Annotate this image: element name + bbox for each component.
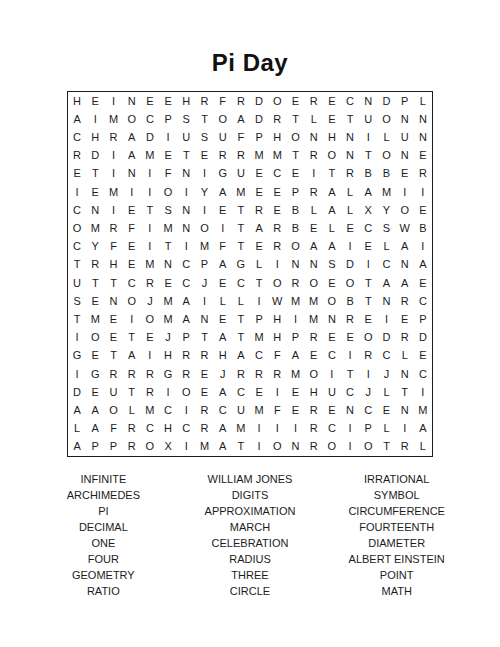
grid-cell-letter: T	[195, 110, 213, 128]
grid-cell-letter: M	[286, 292, 304, 310]
grid-cell-letter: M	[250, 401, 268, 419]
grid-cell-letter: L	[377, 238, 395, 256]
page-title: Pi Day	[0, 49, 500, 77]
word-list-item: MATH	[323, 583, 470, 599]
grid-cell-letter: E	[123, 256, 141, 274]
grid-cell-letter: R	[341, 310, 359, 328]
word-list-item: SYMBOL	[323, 487, 470, 503]
grid-cell-letter: N	[414, 128, 432, 146]
grid-cell-letter: I	[268, 256, 286, 274]
grid-cell-letter: P	[359, 420, 377, 438]
grid-cell-letter: A	[86, 401, 104, 419]
grid-cell-letter: N	[86, 201, 104, 219]
grid-cell-letter: A	[86, 420, 104, 438]
grid-cell-letter: N	[323, 310, 341, 328]
grid-cell-letter: E	[195, 365, 213, 383]
grid-cell-letter: W	[396, 219, 414, 237]
grid-cell-letter: T	[359, 292, 377, 310]
grid-cell-letter: H	[68, 92, 86, 110]
grid-cell-letter: R	[268, 219, 286, 237]
grid-cell-letter: A	[359, 183, 377, 201]
grid-cell-letter: R	[250, 201, 268, 219]
word-list-item: CELEBRATION	[177, 535, 324, 551]
grid-cell-letter: E	[359, 310, 377, 328]
grid-cell-letter: R	[123, 438, 141, 456]
word-list-column: WILLIAM JONESDIGITSAPPROXIMATIONMARCHCEL…	[177, 471, 324, 599]
grid-cell-letter: A	[214, 183, 232, 201]
grid-cell-letter: E	[286, 165, 304, 183]
grid-cell-letter: M	[377, 183, 395, 201]
grid-cell-letter: P	[250, 128, 268, 146]
grid-cell-letter: M	[268, 147, 286, 165]
grid-cell-letter: U	[396, 128, 414, 146]
grid-cell-letter: A	[232, 110, 250, 128]
word-list-item: INFINITE	[30, 471, 177, 487]
grid-cell-letter: P	[396, 92, 414, 110]
grid-cell-letter: E	[123, 238, 141, 256]
grid-cell-letter: I	[323, 365, 341, 383]
grid-cell-letter: D	[68, 383, 86, 401]
grid-cell-letter: R	[141, 274, 159, 292]
grid-cell-letter: E	[86, 347, 104, 365]
word-list-item: FOURTEENTH	[323, 519, 470, 535]
grid-cell-letter: Y	[86, 238, 104, 256]
word-list-item: GEOMETRY	[30, 567, 177, 583]
grid-cell-letter: H	[305, 383, 323, 401]
grid-cell-letter: R	[396, 292, 414, 310]
grid-cell-letter: I	[159, 383, 177, 401]
grid-cell-letter: I	[359, 128, 377, 146]
word-list-item: FOUR	[30, 551, 177, 567]
grid-cell-letter: T	[232, 201, 250, 219]
grid-cell-letter: I	[341, 438, 359, 456]
grid-cell-letter: S	[159, 201, 177, 219]
grid-cell-letter: N	[123, 92, 141, 110]
grid-cell-letter: R	[104, 219, 122, 237]
grid-cell-letter: N	[104, 292, 122, 310]
grid-cell-letter: I	[68, 329, 86, 347]
grid-cell-letter: O	[268, 92, 286, 110]
grid-cell-letter: M	[159, 219, 177, 237]
grid-cell-letter: I	[195, 165, 213, 183]
grid-cell-letter: Y	[377, 201, 395, 219]
grid-cell-letter: E	[286, 92, 304, 110]
grid-cell-letter: R	[123, 365, 141, 383]
word-list-item: APPROXIMATION	[177, 503, 324, 519]
grid-cell-letter: A	[177, 310, 195, 328]
grid-cell-letter: R	[250, 365, 268, 383]
grid-cell-letter: I	[141, 183, 159, 201]
grid-cell-letter: R	[232, 92, 250, 110]
grid-cell-letter: N	[341, 147, 359, 165]
grid-cell-letter: I	[359, 365, 377, 383]
grid-cell-letter: A	[250, 219, 268, 237]
grid-cell-letter: I	[141, 347, 159, 365]
grid-cell-letter: F	[214, 238, 232, 256]
grid-cell-letter: R	[341, 165, 359, 183]
grid-cell-letter: N	[396, 365, 414, 383]
grid-cell-letter: L	[396, 347, 414, 365]
grid-cell-letter: M	[141, 256, 159, 274]
grid-cell-letter: E	[159, 274, 177, 292]
grid-cell-letter: F	[268, 401, 286, 419]
word-list-item: IRRATIONAL	[323, 471, 470, 487]
grid-cell-letter: A	[123, 128, 141, 146]
grid-cell-letter: I	[159, 128, 177, 146]
grid-cell-letter: M	[305, 292, 323, 310]
grid-cell-letter: I	[123, 183, 141, 201]
grid-cell-letter: A	[214, 256, 232, 274]
grid-cell-letter: C	[323, 420, 341, 438]
grid-cell-letter: R	[195, 401, 213, 419]
grid-cell-letter: H	[268, 310, 286, 328]
word-list-item: THREE	[177, 567, 324, 583]
grid-cell-letter: F	[232, 128, 250, 146]
grid-cell-letter: C	[68, 238, 86, 256]
grid-cell-letter: I	[86, 110, 104, 128]
grid-cell-letter: N	[123, 165, 141, 183]
grid-cell-letter: A	[214, 438, 232, 456]
grid-cell-letter: R	[396, 329, 414, 347]
grid-cell-letter: E	[305, 347, 323, 365]
grid-cell-letter: T	[359, 147, 377, 165]
grid-cell-letter: C	[232, 274, 250, 292]
grid-cell-letter: N	[341, 128, 359, 146]
grid-cell-letter: O	[123, 110, 141, 128]
grid-cell-letter: D	[250, 110, 268, 128]
grid-cell-letter: P	[414, 310, 432, 328]
word-list-item: MARCH	[177, 519, 324, 535]
grid-cell-letter: C	[214, 401, 232, 419]
grid-cell-letter: N	[341, 401, 359, 419]
grid-cell-letter: I	[195, 201, 213, 219]
grid-cell-letter: I	[341, 347, 359, 365]
grid-cell-letter: C	[68, 128, 86, 146]
grid-cell-letter: X	[359, 201, 377, 219]
grid-cell-letter: G	[232, 256, 250, 274]
word-list-item: DIAMETER	[323, 535, 470, 551]
grid-cell-letter: I	[286, 420, 304, 438]
grid-cell-letter: I	[177, 238, 195, 256]
grid-cell-letter: R	[123, 420, 141, 438]
grid-cell-letter: N	[414, 110, 432, 128]
grid-cell-letter: I	[359, 256, 377, 274]
grid-cell-letter: D	[377, 92, 395, 110]
grid-cell-letter: H	[159, 420, 177, 438]
grid-cell-letter: E	[268, 183, 286, 201]
grid-cell-letter: C	[377, 256, 395, 274]
grid-cell-letter: C	[414, 365, 432, 383]
grid-cell-letter: I	[250, 420, 268, 438]
grid-cell-letter: J	[141, 292, 159, 310]
grid-cell-letter: H	[86, 128, 104, 146]
grid-cell-letter: A	[232, 347, 250, 365]
grid-cell-letter: N	[396, 401, 414, 419]
grid-cell-letter: R	[305, 147, 323, 165]
grid-cell-letter: M	[250, 329, 268, 347]
word-search-grid: HEINEEHRFRDOERECNDPLAIMOCPSTOADRTLETUONN…	[67, 91, 433, 457]
grid-cell-letter: E	[359, 238, 377, 256]
grid-cell-letter: M	[195, 438, 213, 456]
grid-cell-letter: I	[268, 420, 286, 438]
grid-cell-letter: I	[396, 183, 414, 201]
word-list-column: IRRATIONALSYMBOLCIRCUMFERENCEFOURTEENTHD…	[323, 471, 470, 599]
grid-cell-letter: O	[214, 110, 232, 128]
grid-cell-letter: E	[323, 110, 341, 128]
grid-cell-letter: E	[159, 92, 177, 110]
grid-cell-letter: N	[359, 92, 377, 110]
grid-cell-letter: A	[396, 274, 414, 292]
grid-cell-letter: B	[341, 292, 359, 310]
grid-cell-letter: O	[305, 274, 323, 292]
grid-cell-letter: M	[232, 420, 250, 438]
grid-cell-letter: H	[268, 329, 286, 347]
grid-cell-letter: O	[305, 365, 323, 383]
grid-cell-letter: E	[286, 401, 304, 419]
grid-cell-letter: C	[177, 420, 195, 438]
grid-cell-letter: E	[250, 165, 268, 183]
grid-cell-letter: J	[359, 383, 377, 401]
grid-cell-letter: R	[141, 365, 159, 383]
grid-cell-letter: R	[177, 365, 195, 383]
grid-cell-letter: O	[359, 438, 377, 456]
grid-cell-letter: M	[104, 183, 122, 201]
grid-cell-letter: O	[359, 329, 377, 347]
grid-cell-letter: C	[359, 401, 377, 419]
grid-cell-letter: O	[104, 401, 122, 419]
word-list-item: PI	[30, 503, 177, 519]
grid-cell-letter: C	[141, 110, 159, 128]
grid-cell-letter: O	[323, 147, 341, 165]
grid-cell-letter: R	[268, 365, 286, 383]
word-list-item: ALBERT EINSTEIN	[323, 551, 470, 567]
grid-cell-letter: J	[214, 365, 232, 383]
grid-cell-letter: I	[250, 292, 268, 310]
grid-cell-letter: R	[195, 420, 213, 438]
grid-cell-letter: U	[214, 128, 232, 146]
grid-cell-letter: N	[177, 219, 195, 237]
grid-cell-letter: C	[359, 219, 377, 237]
grid-cell-letter: M	[86, 310, 104, 328]
grid-cell-letter: A	[68, 110, 86, 128]
grid-cell-letter: O	[195, 219, 213, 237]
grid-cell-letter: E	[86, 383, 104, 401]
grid-cell-letter: M	[414, 401, 432, 419]
grid-cell-letter: I	[104, 147, 122, 165]
grid-cell-letter: I	[305, 165, 323, 183]
grid-cell-letter: P	[250, 310, 268, 328]
grid-cell-letter: L	[377, 383, 395, 401]
grid-cell-letter: N	[195, 310, 213, 328]
grid-cell-letter: U	[323, 383, 341, 401]
grid-cell-letter: I	[268, 383, 286, 401]
grid-cell-letter: O	[177, 383, 195, 401]
grid-cell-letter: A	[414, 420, 432, 438]
grid-cell-letter: A	[396, 238, 414, 256]
grid-cell-letter: X	[159, 438, 177, 456]
grid-cell-letter: L	[305, 201, 323, 219]
grid-cell-letter: A	[214, 383, 232, 401]
grid-cell-letter: E	[195, 383, 213, 401]
grid-cell-letter: D	[414, 329, 432, 347]
grid-cell-letter: E	[214, 201, 232, 219]
grid-cell-letter: C	[141, 420, 159, 438]
grid-cell-letter: O	[268, 438, 286, 456]
grid-cell-letter: E	[323, 329, 341, 347]
grid-cell-letter: R	[195, 347, 213, 365]
grid-cell-letter: E	[104, 310, 122, 328]
grid-cell-letter: E	[195, 147, 213, 165]
grid-cell-letter: U	[232, 401, 250, 419]
grid-cell-letter: C	[177, 274, 195, 292]
grid-cell-letter: G	[86, 365, 104, 383]
grid-cell-letter: C	[377, 347, 395, 365]
grid-cell-letter: M	[232, 183, 250, 201]
grid-cell-letter: N	[177, 165, 195, 183]
grid-cell-letter: T	[323, 165, 341, 183]
grid-cell-letter: R	[86, 256, 104, 274]
grid-cell-letter: C	[323, 347, 341, 365]
word-list-item: DECIMAL	[30, 519, 177, 535]
grid-cell-letter: F	[214, 92, 232, 110]
grid-cell-letter: I	[177, 438, 195, 456]
grid-cell-letter: D	[141, 128, 159, 146]
grid-cell-letter: T	[123, 383, 141, 401]
grid-cell-letter: O	[377, 147, 395, 165]
grid-cell-letter: M	[159, 310, 177, 328]
grid-cell-letter: G	[68, 347, 86, 365]
grid-cell-letter: A	[323, 201, 341, 219]
grid-cell-letter: A	[123, 147, 141, 165]
grid-cell-letter: R	[104, 365, 122, 383]
grid-cell-letter: N	[305, 128, 323, 146]
grid-cell-letter: E	[414, 274, 432, 292]
grid-cell-letter: F	[159, 165, 177, 183]
grid-cell-letter: E	[214, 274, 232, 292]
grid-cell-letter: R	[305, 438, 323, 456]
grid-cell-letter: I	[177, 183, 195, 201]
grid-cell-letter: O	[341, 274, 359, 292]
grid-cell-letter: O	[268, 274, 286, 292]
grid-cell-letter: A	[68, 401, 86, 419]
grid-cell-letter: E	[396, 165, 414, 183]
grid-cell-letter: R	[268, 238, 286, 256]
grid-cell-letter: L	[341, 183, 359, 201]
grid-cell-letter: T	[68, 310, 86, 328]
grid-cell-letter: O	[286, 128, 304, 146]
grid-cell-letter: L	[123, 401, 141, 419]
grid-cell-letter: U	[232, 165, 250, 183]
grid-cell-letter: T	[232, 310, 250, 328]
grid-cell-letter: C	[123, 274, 141, 292]
grid-cell-letter: E	[159, 147, 177, 165]
grid-cell-letter: I	[414, 183, 432, 201]
grid-cell-letter: E	[341, 329, 359, 347]
grid-cell-letter: L	[414, 92, 432, 110]
grid-cell-letter: R	[232, 147, 250, 165]
grid-cell-letter: C	[268, 165, 286, 183]
grid-cell-letter: R	[104, 128, 122, 146]
grid-cell-letter: O	[323, 438, 341, 456]
grid-cell-letter: N	[159, 256, 177, 274]
grid-cell-letter: I	[214, 219, 232, 237]
grid-cell-letter: F	[123, 219, 141, 237]
grid-cell-letter: E	[141, 329, 159, 347]
grid-cell-letter: L	[377, 128, 395, 146]
grid-cell-letter: T	[232, 219, 250, 237]
grid-cell-letter: O	[323, 292, 341, 310]
grid-cell-letter: R	[68, 147, 86, 165]
grid-cell-letter: R	[414, 165, 432, 183]
grid-cell-letter: I	[414, 383, 432, 401]
grid-cell-letter: H	[159, 347, 177, 365]
grid-cell-letter: W	[268, 292, 286, 310]
grid-cell-letter: O	[396, 201, 414, 219]
grid-cell-letter: J	[377, 365, 395, 383]
grid-cell-letter: E	[104, 329, 122, 347]
grid-cell-letter: E	[414, 201, 432, 219]
grid-cell-letter: N	[286, 438, 304, 456]
grid-cell-letter: T	[232, 438, 250, 456]
grid-cell-letter: U	[177, 128, 195, 146]
grid-cell-letter: M	[305, 310, 323, 328]
grid-cell-letter: R	[286, 274, 304, 292]
grid-cell-letter: G	[214, 165, 232, 183]
grid-cell-letter: S	[177, 110, 195, 128]
grid-cell-letter: G	[159, 365, 177, 383]
grid-cell-letter: C	[159, 401, 177, 419]
grid-cell-letter: C	[250, 347, 268, 365]
grid-cell-letter: M	[286, 365, 304, 383]
word-list-item: RADIUS	[177, 551, 324, 567]
grid-cell-letter: J	[195, 274, 213, 292]
grid-cell-letter: L	[414, 438, 432, 456]
grid-cell-letter: C	[414, 292, 432, 310]
grid-cell-letter: T	[123, 329, 141, 347]
grid-cell-letter: R	[195, 92, 213, 110]
word-list-item: WILLIAM JONES	[177, 471, 324, 487]
grid-cell-letter: L	[232, 292, 250, 310]
grid-cell-letter: M	[141, 401, 159, 419]
grid-cell-letter: I	[396, 420, 414, 438]
grid-cell-letter: R	[305, 183, 323, 201]
grid-cell-letter: C	[68, 201, 86, 219]
grid-cell-letter: M	[141, 147, 159, 165]
grid-cell-letter: Y	[195, 183, 213, 201]
grid-cell-letter: F	[104, 420, 122, 438]
grid-cell-letter: C	[341, 92, 359, 110]
grid-cell-letter: D	[86, 147, 104, 165]
grid-cell-letter: R	[359, 347, 377, 365]
grid-cell-letter: E	[396, 310, 414, 328]
grid-cell-letter: E	[414, 147, 432, 165]
grid-cell-letter: E	[250, 238, 268, 256]
grid-cell-letter: A	[123, 347, 141, 365]
grid-cell-letter: R	[305, 401, 323, 419]
grid-cell-letter: U	[359, 110, 377, 128]
grid-cell-letter: R	[305, 420, 323, 438]
grid-cell-letter: I	[104, 201, 122, 219]
grid-cell-letter: L	[250, 256, 268, 274]
grid-cell-letter: O	[377, 110, 395, 128]
grid-cell-letter: O	[286, 238, 304, 256]
grid-cell-letter: D	[377, 329, 395, 347]
grid-cell-letter: E	[123, 201, 141, 219]
grid-cell-letter: N	[177, 201, 195, 219]
grid-cell-letter: R	[268, 110, 286, 128]
grid-cell-letter: M	[159, 292, 177, 310]
grid-cell-letter: E	[68, 165, 86, 183]
